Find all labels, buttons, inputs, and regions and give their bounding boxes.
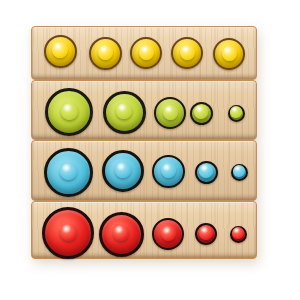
- cylinder-knob: [113, 225, 129, 241]
- cylinder-green-3[interactable]: [154, 97, 186, 129]
- cylinder-knob: [199, 226, 213, 240]
- cylinder-green-4[interactable]: [190, 102, 213, 125]
- cylinder-green-5[interactable]: [228, 105, 245, 122]
- cylinder-knob: [52, 42, 68, 58]
- wood-block-blue: [31, 140, 257, 201]
- cylinder-knob: [230, 106, 242, 118]
- cylinder-knob: [161, 163, 176, 178]
- cylinder-green-1[interactable]: [45, 88, 93, 136]
- cylinder-knob: [98, 45, 113, 60]
- cylinder-knob: [222, 46, 237, 61]
- cylinder-knob: [139, 45, 154, 60]
- cylinder-blue-2[interactable]: [102, 150, 144, 192]
- cylinder-yellow-4[interactable]: [171, 37, 203, 69]
- cylinder-red-1[interactable]: [42, 207, 94, 259]
- cylinder-green-2[interactable]: [103, 91, 146, 134]
- cylinder-knob: [163, 105, 178, 120]
- cylinder-blue-4[interactable]: [195, 161, 218, 184]
- cylinder-knob: [161, 226, 176, 241]
- wood-block-green: [31, 80, 257, 140]
- cylinder-yellow-2[interactable]: [89, 37, 122, 70]
- cylinder-knob: [60, 163, 77, 180]
- wood-block-yellow: [31, 26, 257, 80]
- cylinder-board: [0, 0, 300, 300]
- cylinder-red-2[interactable]: [99, 212, 144, 257]
- cylinder-knob: [115, 162, 131, 178]
- cylinder-yellow-1[interactable]: [44, 35, 77, 68]
- cylinder-knob: [61, 103, 78, 120]
- cylinder-knob: [194, 105, 208, 119]
- cylinder-knob: [232, 227, 244, 239]
- cylinder-blue-3[interactable]: [152, 155, 185, 188]
- cylinder-knob: [199, 164, 213, 178]
- cylinder-red-3[interactable]: [152, 218, 184, 250]
- cylinder-knob: [116, 103, 132, 119]
- cylinder-yellow-3[interactable]: [130, 37, 162, 69]
- cylinder-yellow-5[interactable]: [213, 38, 245, 70]
- wood-block-red: [31, 201, 257, 259]
- cylinder-knob: [180, 45, 195, 60]
- cylinder-red-4[interactable]: [195, 223, 217, 245]
- cylinder-knob: [233, 165, 245, 177]
- cylinder-blue-1[interactable]: [44, 148, 93, 197]
- product-photo: [0, 0, 300, 300]
- cylinder-red-5[interactable]: [230, 226, 247, 243]
- cylinder-knob: [60, 224, 77, 241]
- cylinder-blue-5[interactable]: [231, 164, 248, 181]
